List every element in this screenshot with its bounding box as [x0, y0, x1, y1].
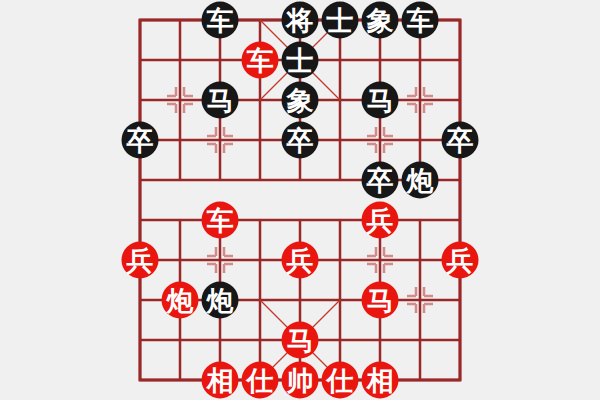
piece-red-soldier[interactable]: 兵 — [282, 242, 319, 279]
piece-red-advisor[interactable]: 仕 — [322, 362, 359, 399]
piece-black-soldier[interactable]: 卒 — [442, 122, 479, 159]
piece-black-soldier[interactable]: 卒 — [282, 122, 319, 159]
piece-red-soldier[interactable]: 兵 — [122, 242, 159, 279]
piece-black-advisor[interactable]: 士 — [322, 2, 359, 39]
piece-black-chariot[interactable]: 车 — [402, 2, 439, 39]
piece-black-general[interactable]: 将 — [282, 2, 319, 39]
piece-red-elephant[interactable]: 相 — [362, 362, 399, 399]
piece-red-cannon[interactable]: 炮 — [162, 282, 199, 319]
piece-red-advisor[interactable]: 仕 — [242, 362, 279, 399]
piece-black-elephant[interactable]: 象 — [362, 2, 399, 39]
piece-black-cannon[interactable]: 炮 — [202, 282, 239, 319]
piece-red-elephant[interactable]: 相 — [202, 362, 239, 399]
piece-red-horse[interactable]: 马 — [282, 322, 319, 359]
piece-red-soldier[interactable]: 兵 — [442, 242, 479, 279]
piece-red-chariot[interactable]: 车 — [202, 202, 239, 239]
xiangqi-board[interactable]: 车将士象车士马象马卒卒卒卒炮炮车车兵兵兵兵炮马马相仕帅仕相 — [0, 0, 600, 400]
piece-black-advisor[interactable]: 士 — [282, 42, 319, 79]
piece-black-soldier[interactable]: 卒 — [362, 162, 399, 199]
piece-red-soldier[interactable]: 兵 — [362, 202, 399, 239]
piece-black-horse[interactable]: 马 — [362, 82, 399, 119]
piece-black-soldier[interactable]: 卒 — [122, 122, 159, 159]
piece-black-chariot[interactable]: 车 — [202, 2, 239, 39]
piece-black-cannon[interactable]: 炮 — [402, 162, 439, 199]
piece-black-horse[interactable]: 马 — [202, 82, 239, 119]
piece-red-chariot[interactable]: 车 — [242, 42, 279, 79]
piece-black-elephant[interactable]: 象 — [282, 82, 319, 119]
piece-red-general[interactable]: 帅 — [282, 362, 319, 399]
piece-red-horse[interactable]: 马 — [362, 282, 399, 319]
